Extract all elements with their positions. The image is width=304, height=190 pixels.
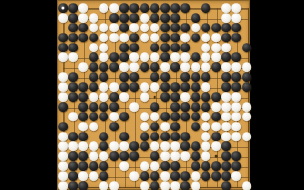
white-stone [191,23,201,33]
go-board[interactable] [57,0,250,190]
black-stone [130,13,140,23]
black-stone [170,13,180,23]
black-stone [221,82,231,92]
white-stone [89,23,99,33]
black-stone [160,23,170,33]
white-stone [109,23,119,33]
black-stone [221,72,231,82]
white-stone [109,142,119,152]
black-stone [201,171,211,181]
black-stone [201,72,211,82]
black-stone [130,151,140,161]
white-stone [201,112,211,122]
black-stone [119,13,129,23]
black-stone [99,132,109,142]
black-stone [68,82,78,92]
white-stone [140,112,150,122]
black-stone [170,43,180,53]
black-stone [150,43,160,53]
black-stone [232,151,242,161]
black-stone [232,33,242,43]
white-stone [150,161,160,171]
black-stone [181,102,191,112]
white-stone [150,82,160,92]
white-stone [191,62,201,72]
black-stone [170,62,180,72]
black-stone [99,102,109,112]
white-stone [181,92,191,102]
black-stone [201,23,211,33]
white-stone [99,23,109,33]
white-stone [119,142,129,152]
white-stone [221,13,231,23]
white-stone [170,151,180,161]
white-stone [58,142,68,152]
white-stone [109,33,119,43]
white-stone [130,53,140,63]
black-stone [119,112,129,122]
black-stone [130,33,140,43]
white-stone [221,102,231,112]
black-stone [211,132,221,142]
black-stone [211,161,221,171]
black-stone [99,161,109,171]
black-stone [79,181,89,190]
white-stone [119,62,129,72]
white-stone [58,132,68,142]
white-stone [232,112,242,122]
black-stone [191,112,201,122]
black-stone [119,132,129,142]
white-stone [99,92,109,102]
black-stone [79,102,89,112]
white-stone [119,161,129,171]
black-stone [68,72,78,82]
black-stone [68,33,78,43]
black-stone [68,43,78,53]
black-stone [150,13,160,23]
black-stone [109,102,119,112]
white-stone [242,181,252,190]
black-stone [89,112,99,122]
white-stone [140,181,150,190]
white-stone [140,92,150,102]
black-stone [119,53,129,63]
white-stone [242,132,252,142]
black-stone [160,33,170,43]
white-stone [58,53,68,63]
black-stone [89,161,99,171]
white-stone [232,62,242,72]
black-stone [58,122,68,132]
white-stone [89,13,99,23]
white-stone [79,3,89,13]
black-stone [201,3,211,13]
white-stone [109,181,119,190]
white-stone [130,102,140,112]
black-stone [211,62,221,72]
black-stone [160,72,170,82]
black-stone [150,62,160,72]
black-stone [201,102,211,112]
black-stone [181,132,191,142]
white-stone [68,112,78,122]
white-stone [232,102,242,112]
white-stone [140,161,150,171]
white-stone [181,33,191,43]
white-stone [140,23,150,33]
white-stone [221,132,231,142]
black-stone [211,23,221,33]
black-stone [221,171,231,181]
black-stone [79,82,89,92]
white-stone [140,82,150,92]
black-stone [181,112,191,122]
star-point [215,155,218,158]
black-stone [181,181,191,190]
black-stone [99,62,109,72]
black-stone [170,3,180,13]
white-stone [232,132,242,142]
black-stone [99,142,109,152]
white-stone [181,53,191,63]
white-stone [170,181,180,190]
black-stone [89,102,99,112]
white-stone [68,53,78,63]
black-stone [160,82,170,92]
black-stone [99,72,109,82]
black-stone [68,23,78,33]
white-stone [89,142,99,152]
white-stone [140,13,150,23]
black-stone [170,171,180,181]
white-stone [58,181,68,190]
black-stone [160,112,170,122]
black-stone [58,102,68,112]
black-stone [232,161,242,171]
white-stone [150,112,160,122]
black-stone [181,3,191,13]
white-stone [140,33,150,43]
white-stone [191,171,201,181]
black-stone [232,53,242,63]
white-stone [140,53,150,63]
black-stone [79,33,89,43]
black-stone [170,33,180,43]
black-stone [191,92,201,102]
black-stone [242,82,252,92]
white-stone [181,62,191,72]
white-stone [201,62,211,72]
black-stone [201,161,211,171]
black-stone [119,151,129,161]
white-stone [79,62,89,72]
black-stone [99,171,109,181]
black-stone [130,3,140,13]
black-stone [119,23,129,33]
white-stone [160,122,170,132]
white-stone [150,142,160,152]
black-stone [211,92,221,102]
black-stone [160,132,170,142]
black-stone [58,33,68,43]
white-stone [160,181,170,190]
black-stone [68,92,78,102]
black-stone [119,82,129,92]
black-stone [160,43,170,53]
black-stone [181,72,191,82]
black-stone [221,161,231,171]
letterbox-left [0,0,57,190]
black-stone [68,161,78,171]
black-stone [221,181,231,190]
black-stone [191,161,201,171]
black-stone [160,161,170,171]
black-stone [89,82,99,92]
black-stone [130,43,140,53]
white-stone [232,171,242,181]
black-stone [160,3,170,13]
white-stone [201,132,211,142]
black-stone [119,43,129,53]
black-stone [221,33,231,43]
white-stone [89,92,99,102]
white-stone [201,122,211,132]
black-stone [191,122,201,132]
white-stone [58,13,68,23]
black-stone [150,122,160,132]
white-stone [211,102,221,112]
white-stone [211,142,221,152]
black-stone [140,132,150,142]
black-stone [150,72,160,82]
black-stone [68,13,78,23]
black-stone [119,72,129,82]
black-stone [170,122,180,132]
white-stone [160,142,170,152]
white-stone [170,142,180,152]
white-stone [99,151,109,161]
black-stone [191,72,201,82]
black-stone [58,43,68,53]
black-stone [221,151,231,161]
black-stone [181,171,191,181]
black-stone [68,132,78,142]
black-stone [181,23,191,33]
white-stone [130,62,140,72]
white-stone [221,3,231,13]
white-stone [130,171,140,181]
white-stone [232,13,242,23]
white-stone [170,53,180,63]
white-stone [99,181,109,190]
white-stone [211,43,221,53]
black-stone [68,151,78,161]
black-stone [109,122,119,132]
black-stone [211,171,221,181]
white-stone [160,171,170,181]
black-stone [181,142,191,152]
white-stone [242,62,252,72]
white-stone [221,43,231,53]
white-stone [58,151,68,161]
white-stone [79,142,89,152]
white-stone [89,122,99,132]
white-stone [109,82,119,92]
black-stone [170,112,180,122]
black-stone [150,151,160,161]
white-stone [130,23,140,33]
white-stone [221,62,231,72]
black-stone [99,112,109,122]
white-stone [232,122,242,132]
black-stone [170,102,180,112]
black-stone [79,161,89,171]
white-stone [150,33,160,43]
black-stone [191,151,201,161]
black-stone [170,161,180,171]
white-stone [150,53,160,63]
black-stone [160,92,170,102]
white-stone [89,151,99,161]
white-stone [211,53,221,63]
white-stone [89,171,99,181]
black-stone [140,62,150,72]
black-stone [109,62,119,72]
black-stone [201,92,211,102]
black-stone [68,3,78,13]
black-stone [150,171,160,181]
white-stone [58,171,68,181]
black-stone [109,92,119,102]
white-stone [79,171,89,181]
white-stone [221,112,231,122]
star-point [154,96,157,99]
white-stone [119,92,129,102]
black-stone [79,151,89,161]
white-stone [58,161,68,171]
black-stone [170,132,180,142]
white-stone [242,112,252,122]
black-stone [68,181,78,190]
white-stone [58,72,68,82]
white-stone [201,53,211,63]
black-stone [160,13,170,23]
black-stone [170,82,180,92]
black-stone [89,62,99,72]
black-stone [140,3,150,13]
white-stone [221,122,231,132]
black-stone [130,82,140,92]
black-stone [130,142,140,152]
white-stone [242,102,252,112]
black-stone [140,171,150,181]
white-stone [68,142,78,152]
white-stone [99,3,109,13]
screen [0,0,304,190]
white-stone [150,23,160,33]
white-stone [211,33,221,43]
white-stone [99,43,109,53]
black-stone [191,53,201,63]
black-stone [89,33,99,43]
black-stone [79,132,89,142]
black-stone [150,181,160,190]
white-stone [89,43,99,53]
white-stone [58,92,68,102]
white-stone [79,13,89,23]
white-stone [58,82,68,92]
black-stone [191,82,201,92]
black-stone [68,171,78,181]
black-stone [211,112,221,122]
white-stone [109,112,119,122]
black-stone [181,43,191,53]
white-stone [232,92,242,102]
white-stone [232,3,242,13]
black-stone [191,102,201,112]
black-stone [242,72,252,82]
black-stone [79,112,89,122]
black-stone [109,53,119,63]
black-stone [191,33,201,43]
white-stone [109,3,119,13]
black-stone [221,23,231,33]
black-stone [140,142,150,152]
white-stone [201,151,211,161]
black-stone [79,23,89,33]
white-stone [221,92,231,102]
black-stone [89,53,99,63]
white-stone [160,151,170,161]
black-stone [150,132,160,142]
black-stone [119,3,129,13]
white-stone [160,62,170,72]
black-stone [130,72,140,82]
black-stone [160,53,170,63]
black-stone [170,23,180,33]
black-stone [191,142,201,152]
black-stone [232,82,242,92]
black-stone [89,72,99,82]
white-stone [140,122,150,132]
white-stone [201,43,211,53]
white-stone [79,122,89,132]
black-stone [109,151,119,161]
black-stone [232,23,242,33]
white-stone [181,151,191,161]
white-stone [119,33,129,43]
black-stone [181,82,191,92]
white-stone [99,33,109,43]
black-stone [79,92,89,102]
white-stone [99,82,109,92]
black-stone [232,72,242,82]
black-stone [191,13,201,23]
white-stone [99,53,109,63]
black-stone [150,102,160,112]
white-stone [201,142,211,152]
white-stone [201,33,211,43]
black-stone [242,43,252,53]
black-stone [170,92,180,102]
letterbox-right [250,0,304,190]
black-stone [221,53,231,63]
black-stone [150,3,160,13]
black-stone [109,13,119,23]
white-stone [201,82,211,92]
black-stone [221,142,231,152]
